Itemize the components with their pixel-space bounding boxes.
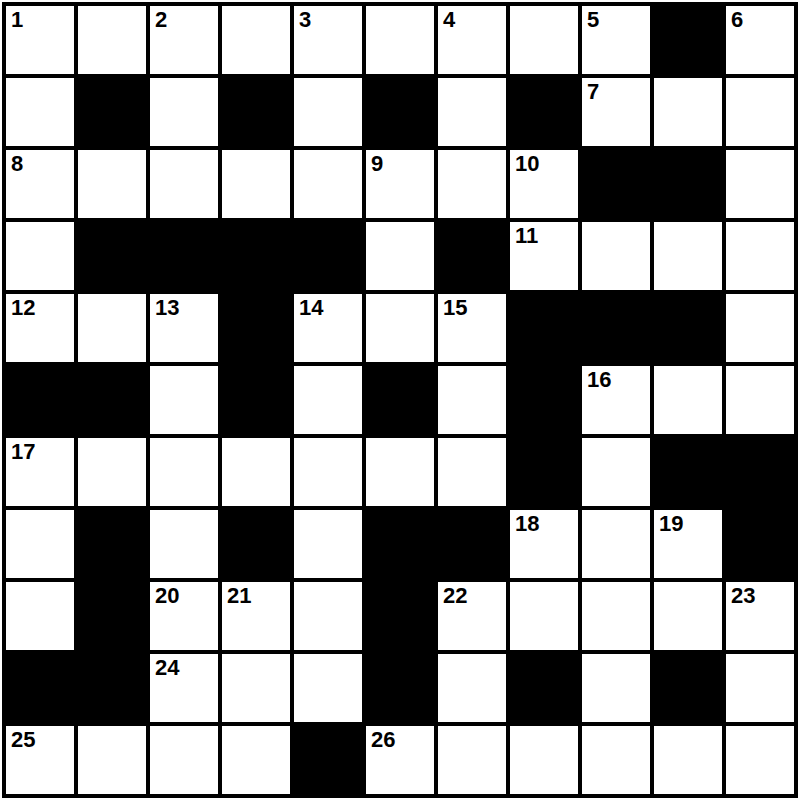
cell-r2c7[interactable] bbox=[438, 78, 506, 146]
clue-number: 3 bbox=[299, 7, 311, 32]
cell-r10c3[interactable]: 24 bbox=[150, 654, 218, 722]
cell-r5c3[interactable]: 13 bbox=[150, 294, 218, 362]
cell-r5c10 bbox=[654, 294, 722, 362]
cell-r7c5[interactable] bbox=[294, 438, 362, 506]
clue-number: 21 bbox=[227, 583, 251, 608]
cell-r3c5[interactable] bbox=[294, 150, 362, 218]
cell-r1c5[interactable]: 3 bbox=[294, 6, 362, 74]
clue-number: 5 bbox=[587, 7, 599, 32]
cell-r9c8[interactable] bbox=[510, 582, 578, 650]
cell-r11c2[interactable] bbox=[78, 726, 146, 794]
cell-r8c1[interactable] bbox=[6, 510, 74, 578]
cell-r9c11[interactable]: 23 bbox=[726, 582, 794, 650]
clue-number: 23 bbox=[731, 583, 755, 608]
clue-number: 1 bbox=[11, 7, 23, 32]
cell-r4c3 bbox=[150, 222, 218, 290]
cell-r9c3[interactable]: 20 bbox=[150, 582, 218, 650]
cell-r9c2 bbox=[78, 582, 146, 650]
cell-r10c10 bbox=[654, 654, 722, 722]
cell-r6c11[interactable] bbox=[726, 366, 794, 434]
cell-r8c3[interactable] bbox=[150, 510, 218, 578]
cell-r7c8 bbox=[510, 438, 578, 506]
cell-r1c9[interactable]: 5 bbox=[582, 6, 650, 74]
cell-r2c1[interactable] bbox=[6, 78, 74, 146]
cell-r11c3[interactable] bbox=[150, 726, 218, 794]
cell-r6c3[interactable] bbox=[150, 366, 218, 434]
clue-number: 22 bbox=[443, 583, 467, 608]
cell-r4c4 bbox=[222, 222, 290, 290]
cell-r1c4[interactable] bbox=[222, 6, 290, 74]
cell-r6c1 bbox=[6, 366, 74, 434]
cell-r7c7[interactable] bbox=[438, 438, 506, 506]
cell-r2c5[interactable] bbox=[294, 78, 362, 146]
cell-r10c5[interactable] bbox=[294, 654, 362, 722]
cell-r11c6[interactable]: 26 bbox=[366, 726, 434, 794]
cell-r3c9 bbox=[582, 150, 650, 218]
cell-r10c7[interactable] bbox=[438, 654, 506, 722]
cell-r10c8 bbox=[510, 654, 578, 722]
cell-r6c4 bbox=[222, 366, 290, 434]
cell-r4c6[interactable] bbox=[366, 222, 434, 290]
cell-r9c7[interactable]: 22 bbox=[438, 582, 506, 650]
cell-r8c8[interactable]: 18 bbox=[510, 510, 578, 578]
cell-r8c7 bbox=[438, 510, 506, 578]
clue-number: 19 bbox=[659, 511, 683, 536]
cell-r3c4[interactable] bbox=[222, 150, 290, 218]
cell-r4c5 bbox=[294, 222, 362, 290]
cell-r1c8[interactable] bbox=[510, 6, 578, 74]
cell-r10c2 bbox=[78, 654, 146, 722]
cell-r11c1[interactable]: 25 bbox=[6, 726, 74, 794]
cell-r10c9[interactable] bbox=[582, 654, 650, 722]
clue-number: 4 bbox=[443, 7, 455, 32]
cell-r7c3[interactable] bbox=[150, 438, 218, 506]
cell-r11c8[interactable] bbox=[510, 726, 578, 794]
cell-r8c4 bbox=[222, 510, 290, 578]
cell-r6c10[interactable] bbox=[654, 366, 722, 434]
cell-r5c4 bbox=[222, 294, 290, 362]
cell-r8c2 bbox=[78, 510, 146, 578]
cell-r6c5[interactable] bbox=[294, 366, 362, 434]
crossword-grid: 1234567891011121314151617181920212223242… bbox=[2, 2, 798, 798]
cell-r6c8 bbox=[510, 366, 578, 434]
cell-r2c11[interactable] bbox=[726, 78, 794, 146]
cell-r9c4[interactable]: 21 bbox=[222, 582, 290, 650]
clue-number: 16 bbox=[587, 367, 611, 392]
cell-r1c10 bbox=[654, 6, 722, 74]
cell-r8c9[interactable] bbox=[582, 510, 650, 578]
cell-r11c10[interactable] bbox=[654, 726, 722, 794]
cell-r5c7[interactable]: 15 bbox=[438, 294, 506, 362]
clue-number: 7 bbox=[587, 79, 599, 104]
cell-r8c5[interactable] bbox=[294, 510, 362, 578]
cell-r6c6 bbox=[366, 366, 434, 434]
clue-number: 20 bbox=[155, 583, 179, 608]
cell-r7c4[interactable] bbox=[222, 438, 290, 506]
cell-r3c10 bbox=[654, 150, 722, 218]
clue-number: 26 bbox=[371, 727, 395, 752]
cell-r3c2[interactable] bbox=[78, 150, 146, 218]
cell-r2c8 bbox=[510, 78, 578, 146]
clue-number: 2 bbox=[155, 7, 167, 32]
clue-number: 24 bbox=[155, 655, 179, 680]
cell-r3c7[interactable] bbox=[438, 150, 506, 218]
cell-r9c5[interactable] bbox=[294, 582, 362, 650]
clue-number: 10 bbox=[515, 151, 539, 176]
cell-r2c6 bbox=[366, 78, 434, 146]
cell-r4c11[interactable] bbox=[726, 222, 794, 290]
cell-r2c3[interactable] bbox=[150, 78, 218, 146]
cell-r9c10[interactable] bbox=[654, 582, 722, 650]
cell-r4c9[interactable] bbox=[582, 222, 650, 290]
cell-r1c6[interactable] bbox=[366, 6, 434, 74]
cell-r6c2 bbox=[78, 366, 146, 434]
cell-r10c6 bbox=[366, 654, 434, 722]
cell-r11c11[interactable] bbox=[726, 726, 794, 794]
clue-number: 17 bbox=[11, 439, 35, 464]
cell-r11c5 bbox=[294, 726, 362, 794]
cell-r3c1[interactable]: 8 bbox=[6, 150, 74, 218]
cell-r4c1[interactable] bbox=[6, 222, 74, 290]
clue-number: 9 bbox=[371, 151, 383, 176]
cell-r5c6[interactable] bbox=[366, 294, 434, 362]
cell-r3c3[interactable] bbox=[150, 150, 218, 218]
cell-r11c9[interactable] bbox=[582, 726, 650, 794]
cell-r10c11[interactable] bbox=[726, 654, 794, 722]
cell-r6c7[interactable] bbox=[438, 366, 506, 434]
cell-r10c1 bbox=[6, 654, 74, 722]
cell-r9c9[interactable] bbox=[582, 582, 650, 650]
cell-r3c11[interactable] bbox=[726, 150, 794, 218]
cell-r8c6 bbox=[366, 510, 434, 578]
cell-r5c9 bbox=[582, 294, 650, 362]
cell-r7c10 bbox=[654, 438, 722, 506]
cell-r1c7[interactable]: 4 bbox=[438, 6, 506, 74]
cell-r9c6 bbox=[366, 582, 434, 650]
cell-r5c8 bbox=[510, 294, 578, 362]
cell-r11c7[interactable] bbox=[438, 726, 506, 794]
cell-r5c11[interactable] bbox=[726, 294, 794, 362]
clue-number: 25 bbox=[11, 727, 35, 752]
cell-r3c8[interactable]: 10 bbox=[510, 150, 578, 218]
cell-r2c2 bbox=[78, 78, 146, 146]
cell-r7c9[interactable] bbox=[582, 438, 650, 506]
cell-r2c10[interactable] bbox=[654, 78, 722, 146]
cell-r1c11[interactable]: 6 bbox=[726, 6, 794, 74]
clue-number: 18 bbox=[515, 511, 539, 536]
cell-r9c1[interactable] bbox=[6, 582, 74, 650]
cell-r1c3[interactable]: 2 bbox=[150, 6, 218, 74]
cell-r8c11 bbox=[726, 510, 794, 578]
cell-r1c1[interactable]: 1 bbox=[6, 6, 74, 74]
cell-r4c2 bbox=[78, 222, 146, 290]
cell-r4c10[interactable] bbox=[654, 222, 722, 290]
cell-r5c5[interactable]: 14 bbox=[294, 294, 362, 362]
cell-r5c1[interactable]: 12 bbox=[6, 294, 74, 362]
clue-number: 8 bbox=[11, 151, 23, 176]
cell-r7c11 bbox=[726, 438, 794, 506]
clue-number: 13 bbox=[155, 295, 179, 320]
cell-r2c4 bbox=[222, 78, 290, 146]
cell-r1c2[interactable] bbox=[78, 6, 146, 74]
cell-r7c2[interactable] bbox=[78, 438, 146, 506]
cell-r3c6[interactable]: 9 bbox=[366, 150, 434, 218]
clue-number: 12 bbox=[11, 295, 35, 320]
cell-r10c4[interactable] bbox=[222, 654, 290, 722]
cell-r4c8[interactable]: 11 bbox=[510, 222, 578, 290]
clue-number: 15 bbox=[443, 295, 467, 320]
cell-r6c9[interactable]: 16 bbox=[582, 366, 650, 434]
clue-number: 11 bbox=[515, 223, 538, 248]
cell-r11c4[interactable] bbox=[222, 726, 290, 794]
cell-r7c6[interactable] bbox=[366, 438, 434, 506]
cell-r4c7 bbox=[438, 222, 506, 290]
clue-number: 6 bbox=[731, 7, 743, 32]
cell-r7c1[interactable]: 17 bbox=[6, 438, 74, 506]
cell-r5c2[interactable] bbox=[78, 294, 146, 362]
cell-r2c9[interactable]: 7 bbox=[582, 78, 650, 146]
cell-r8c10[interactable]: 19 bbox=[654, 510, 722, 578]
clue-number: 14 bbox=[299, 295, 323, 320]
